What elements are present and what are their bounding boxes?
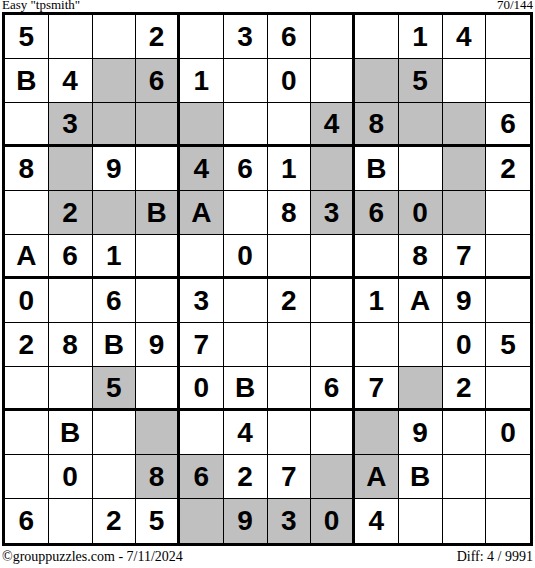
cell-r9c9[interactable]: 7: [355, 367, 399, 411]
cell-r6c4[interactable]: [136, 235, 180, 279]
cell-r1c9[interactable]: [355, 15, 399, 59]
cell-r9c1[interactable]: [5, 367, 49, 411]
cell-r5c11[interactable]: [443, 191, 487, 235]
cell-r3c6[interactable]: [224, 103, 268, 147]
cell-r12c9[interactable]: 4: [355, 499, 399, 543]
cell-r10c9[interactable]: [355, 411, 399, 455]
cell-r3c3[interactable]: [93, 103, 137, 147]
cell-r2c7[interactable]: 0: [268, 59, 312, 103]
cell-r9c10[interactable]: [399, 367, 443, 411]
cell-r10c6[interactable]: 4: [224, 411, 268, 455]
cell-r3c12[interactable]: 6: [486, 103, 530, 147]
cell-r2c1[interactable]: B: [5, 59, 49, 103]
cell-r1c4[interactable]: 2: [136, 15, 180, 59]
cell-r8c8[interactable]: [311, 323, 355, 367]
cell-r6c2[interactable]: 6: [49, 235, 93, 279]
cell-r7c4[interactable]: [136, 279, 180, 323]
cell-r7c3[interactable]: 6: [93, 279, 137, 323]
cell-r6c3[interactable]: 1: [93, 235, 137, 279]
cell-r12c11[interactable]: [443, 499, 487, 543]
cell-r3c4[interactable]: [136, 103, 180, 147]
cell-r5c6[interactable]: [224, 191, 268, 235]
cell-r9c12[interactable]: [486, 367, 530, 411]
cell-r11c5[interactable]: 6: [180, 455, 224, 499]
cell-r9c3[interactable]: 5: [93, 367, 137, 411]
cell-r1c12[interactable]: [486, 15, 530, 59]
cell-r4c4[interactable]: [136, 147, 180, 191]
cell-r1c3[interactable]: [93, 15, 137, 59]
cell-r7c8[interactable]: [311, 279, 355, 323]
cell-r11c2[interactable]: 0: [49, 455, 93, 499]
cell-r11c4[interactable]: 8: [136, 455, 180, 499]
cell-r3c9[interactable]: 8: [355, 103, 399, 147]
cell-r8c12[interactable]: 5: [486, 323, 530, 367]
cell-r11c7[interactable]: 7: [268, 455, 312, 499]
cell-r6c12[interactable]: [486, 235, 530, 279]
cell-r8c4[interactable]: 9: [136, 323, 180, 367]
cell-r2c10[interactable]: 5: [399, 59, 443, 103]
cell-r8c3[interactable]: B: [93, 323, 137, 367]
cell-r12c7[interactable]: 3: [268, 499, 312, 543]
cell-r10c1[interactable]: [5, 411, 49, 455]
cell-r6c5[interactable]: [180, 235, 224, 279]
cell-r2c8[interactable]: [311, 59, 355, 103]
cell-r4c1[interactable]: 8: [5, 147, 49, 191]
cell-r1c1[interactable]: 5: [5, 15, 49, 59]
cell-r12c5[interactable]: [180, 499, 224, 543]
copyright-text: ©grouppuzzles.com - 7/11/2024: [2, 549, 183, 565]
cell-r5c5[interactable]: A: [180, 191, 224, 235]
cell-r6c1[interactable]: A: [5, 235, 49, 279]
cell-r12c4[interactable]: 5: [136, 499, 180, 543]
cell-r5c10[interactable]: 0: [399, 191, 443, 235]
cell-r1c10[interactable]: 1: [399, 15, 443, 59]
cell-r9c7[interactable]: [268, 367, 312, 411]
cell-r8c7[interactable]: [268, 323, 312, 367]
cell-r6c8[interactable]: [311, 235, 355, 279]
cell-r10c3[interactable]: [93, 411, 137, 455]
cell-r4c10[interactable]: [399, 147, 443, 191]
cell-r11c11[interactable]: [443, 455, 487, 499]
cell-r8c9[interactable]: [355, 323, 399, 367]
cell-r3c1[interactable]: [5, 103, 49, 147]
cell-r6c9[interactable]: [355, 235, 399, 279]
cell-r12c3[interactable]: 2: [93, 499, 137, 543]
cell-r3c7[interactable]: [268, 103, 312, 147]
cell-r3c5[interactable]: [180, 103, 224, 147]
cell-r12c2[interactable]: [49, 499, 93, 543]
cell-r12c8[interactable]: 0: [311, 499, 355, 543]
cell-r1c6[interactable]: 3: [224, 15, 268, 59]
cell-r10c10[interactable]: 9: [399, 411, 443, 455]
cell-r9c2[interactable]: [49, 367, 93, 411]
cell-r7c11[interactable]: 9: [443, 279, 487, 323]
cell-r9c5[interactable]: 0: [180, 367, 224, 411]
cell-r8c6[interactable]: [224, 323, 268, 367]
cell-r12c1[interactable]: 6: [5, 499, 49, 543]
cell-r11c3[interactable]: [93, 455, 137, 499]
cell-r11c1[interactable]: [5, 455, 49, 499]
cell-r3c8[interactable]: 4: [311, 103, 355, 147]
header: Easy "tpsmith" 70/144: [2, 0, 533, 12]
cell-r2c6[interactable]: [224, 59, 268, 103]
puzzle-title: Easy "tpsmith": [2, 0, 80, 12]
cell-r2c12[interactable]: [486, 59, 530, 103]
footer: ©grouppuzzles.com - 7/11/2024 Diff: 4 / …: [2, 549, 533, 565]
cell-r10c7[interactable]: [268, 411, 312, 455]
cell-r2c11[interactable]: [443, 59, 487, 103]
cell-r4c9[interactable]: B: [355, 147, 399, 191]
cell-r10c12[interactable]: 0: [486, 411, 530, 455]
cell-r12c12[interactable]: [486, 499, 530, 543]
cell-r1c8[interactable]: [311, 15, 355, 59]
cell-r4c8[interactable]: [311, 147, 355, 191]
cell-r5c12[interactable]: [486, 191, 530, 235]
cell-r5c7[interactable]: 8: [268, 191, 312, 235]
cell-r7c1[interactable]: 0: [5, 279, 49, 323]
cell-r5c4[interactable]: B: [136, 191, 180, 235]
cell-r11c6[interactable]: 2: [224, 455, 268, 499]
cell-r6c11[interactable]: 7: [443, 235, 487, 279]
cell-r11c12[interactable]: [486, 455, 530, 499]
cell-r9c6[interactable]: B: [224, 367, 268, 411]
cell-r4c12[interactable]: 2: [486, 147, 530, 191]
sudoku-board: 523614B46105348689461B22BA8360A610870632…: [2, 12, 533, 546]
cell-r7c2[interactable]: [49, 279, 93, 323]
cell-r3c2[interactable]: 3: [49, 103, 93, 147]
cell-r4c11[interactable]: [443, 147, 487, 191]
cell-r6c10[interactable]: 8: [399, 235, 443, 279]
cell-r4c6[interactable]: 6: [224, 147, 268, 191]
cell-r8c10[interactable]: [399, 323, 443, 367]
cell-r12c6[interactable]: 9: [224, 499, 268, 543]
cell-r2c9[interactable]: [355, 59, 399, 103]
cell-r2c5[interactable]: 1: [180, 59, 224, 103]
cell-r7c12[interactable]: [486, 279, 530, 323]
cell-r8c5[interactable]: 7: [180, 323, 224, 367]
givens-counter: 70/144: [497, 0, 533, 12]
cell-r10c5[interactable]: [180, 411, 224, 455]
cell-r5c2[interactable]: 2: [49, 191, 93, 235]
cell-r9c8[interactable]: 6: [311, 367, 355, 411]
cell-r1c7[interactable]: 6: [268, 15, 312, 59]
cell-r12c10[interactable]: [399, 499, 443, 543]
cell-r11c10[interactable]: B: [399, 455, 443, 499]
cell-r11c9[interactable]: A: [355, 455, 399, 499]
cell-r1c11[interactable]: 4: [443, 15, 487, 59]
cell-r10c4[interactable]: [136, 411, 180, 455]
cell-r2c3[interactable]: [93, 59, 137, 103]
cell-r5c9[interactable]: 6: [355, 191, 399, 235]
cell-r1c5[interactable]: [180, 15, 224, 59]
cell-r2c2[interactable]: 4: [49, 59, 93, 103]
cell-r10c8[interactable]: [311, 411, 355, 455]
cell-r7c10[interactable]: A: [399, 279, 443, 323]
cell-r11c8[interactable]: [311, 455, 355, 499]
cell-r10c2[interactable]: B: [49, 411, 93, 455]
cell-r8c11[interactable]: 0: [443, 323, 487, 367]
cell-r3c11[interactable]: [443, 103, 487, 147]
cell-r3c10[interactable]: [399, 103, 443, 147]
cell-r7c7[interactable]: 2: [268, 279, 312, 323]
cell-r4c2[interactable]: [49, 147, 93, 191]
cell-r10c11[interactable]: [443, 411, 487, 455]
cell-r1c2[interactable]: [49, 15, 93, 59]
difficulty-text: Diff: 4 / 9991: [457, 549, 533, 565]
cell-r5c1[interactable]: [5, 191, 49, 235]
cell-r7c5[interactable]: 3: [180, 279, 224, 323]
cell-r8c1[interactable]: 2: [5, 323, 49, 367]
cell-r9c11[interactable]: 2: [443, 367, 487, 411]
cell-r5c3[interactable]: [93, 191, 137, 235]
cell-r6c6[interactable]: 0: [224, 235, 268, 279]
cell-r7c6[interactable]: [224, 279, 268, 323]
cell-r2c4[interactable]: 6: [136, 59, 180, 103]
cell-r7c9[interactable]: 1: [355, 279, 399, 323]
cell-r6c7[interactable]: [268, 235, 312, 279]
cell-r4c3[interactable]: 9: [93, 147, 137, 191]
cell-r5c8[interactable]: 3: [311, 191, 355, 235]
cell-r4c5[interactable]: 4: [180, 147, 224, 191]
cell-r4c7[interactable]: 1: [268, 147, 312, 191]
cell-r8c2[interactable]: 8: [49, 323, 93, 367]
cell-r9c4[interactable]: [136, 367, 180, 411]
